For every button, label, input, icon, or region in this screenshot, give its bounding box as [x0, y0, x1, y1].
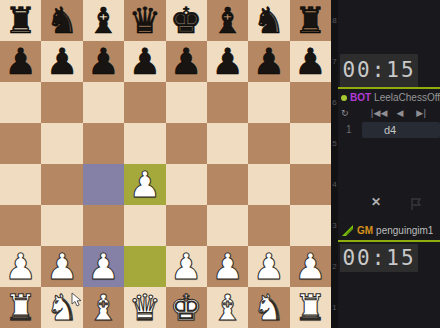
game-side-panel: 00:15 BOT LeelaChessOfficial ↻|◀◀◀▶| 1 d… [338, 0, 440, 328]
piece-black-bishop[interactable]: ♝ [83, 0, 124, 41]
square-e1[interactable]: ♚ [166, 287, 207, 328]
square-d5[interactable] [124, 123, 165, 164]
flag-icon[interactable] [410, 197, 422, 211]
bot-title-badge: BOT [350, 92, 371, 103]
piece-white-pawn[interactable]: ♟ [166, 246, 207, 287]
square-a1[interactable]: ♜ [0, 287, 41, 328]
square-e2[interactable]: ♟ [166, 246, 207, 287]
piece-white-pawn[interactable]: ♟ [248, 246, 289, 287]
square-g5[interactable] [248, 123, 289, 164]
player-white-row[interactable]: GM penguingim1 [341, 223, 440, 238]
square-h7[interactable]: ♟ [290, 41, 331, 82]
move-number: 1 [346, 121, 352, 139]
square-g3[interactable] [248, 205, 289, 246]
current-move-highlight [362, 122, 440, 138]
player-black-name[interactable]: LeelaChessOfficial [374, 92, 440, 103]
app-window: ♜♞♝♛♚♝♞♜♟♟♟♟♟♟♟♟♟♟♟♟♟♟♟♟♜♞♝♛♚♝♞♜ 8765432… [0, 0, 440, 328]
separator-top [338, 87, 440, 89]
piece-white-knight[interactable]: ♞ [248, 287, 289, 328]
square-b7[interactable]: ♟ [41, 41, 82, 82]
piece-black-rook[interactable]: ♜ [0, 0, 41, 41]
piece-white-queen[interactable]: ♛ [124, 287, 165, 328]
player-black-row[interactable]: BOT LeelaChessOfficial [341, 90, 440, 105]
rank-label-1: 1 [331, 287, 338, 328]
rank-label-5: 5 [331, 123, 338, 164]
square-c4[interactable] [83, 164, 124, 205]
piece-black-pawn[interactable]: ♟ [248, 41, 289, 82]
piece-black-queen[interactable]: ♛ [124, 0, 165, 41]
piece-black-pawn[interactable]: ♟ [124, 41, 165, 82]
player-white-name[interactable]: penguingim1 [376, 225, 433, 236]
piece-black-bishop[interactable]: ♝ [207, 0, 248, 41]
piece-black-pawn[interactable]: ♟ [207, 41, 248, 82]
move-d4[interactable]: d4 [384, 121, 396, 139]
piece-white-king[interactable]: ♚ [166, 287, 207, 328]
square-g1[interactable]: ♞ [248, 287, 289, 328]
piece-white-pawn[interactable]: ♟ [290, 246, 331, 287]
nav-next-icon[interactable]: ▶| [416, 105, 426, 121]
square-d4[interactable]: ♟ [124, 164, 165, 205]
square-d2[interactable] [124, 246, 165, 287]
rank-label-2: 2 [331, 246, 338, 287]
square-b8[interactable]: ♞ [41, 0, 82, 41]
action-buttons: ✕ [338, 195, 440, 215]
square-f6[interactable] [207, 82, 248, 123]
square-d6[interactable] [124, 82, 165, 123]
nav-flip-icon[interactable]: ↻ [341, 105, 349, 121]
rank-label-6: 6 [331, 82, 338, 123]
square-a8[interactable]: ♜ [0, 0, 41, 41]
square-c6[interactable] [83, 82, 124, 123]
square-b4[interactable] [41, 164, 82, 205]
square-f7[interactable]: ♟ [207, 41, 248, 82]
piece-black-knight[interactable]: ♞ [41, 0, 82, 41]
square-h5[interactable] [290, 123, 331, 164]
piece-white-knight[interactable]: ♞ [41, 287, 82, 328]
square-g4[interactable] [248, 164, 289, 205]
rank-label-7: 7 [331, 41, 338, 82]
piece-white-pawn[interactable]: ♟ [207, 246, 248, 287]
square-c2[interactable]: ♟ [83, 246, 124, 287]
clock-black: 00:15 [340, 54, 418, 87]
square-g7[interactable]: ♟ [248, 41, 289, 82]
square-h6[interactable] [290, 82, 331, 123]
square-a3[interactable] [0, 205, 41, 246]
piece-black-pawn[interactable]: ♟ [0, 41, 41, 82]
patron-wing-icon [341, 224, 354, 237]
piece-black-king[interactable]: ♚ [166, 0, 207, 41]
square-a4[interactable] [0, 164, 41, 205]
piece-white-pawn[interactable]: ♟ [0, 246, 41, 287]
square-c8[interactable]: ♝ [83, 0, 124, 41]
square-b5[interactable] [41, 123, 82, 164]
square-a5[interactable] [0, 123, 41, 164]
square-g6[interactable] [248, 82, 289, 123]
square-h3[interactable] [290, 205, 331, 246]
online-indicator-icon [341, 95, 347, 101]
square-f1[interactable]: ♝ [207, 287, 248, 328]
nav-previous-icon[interactable]: ◀ [396, 105, 403, 121]
square-h2[interactable]: ♟ [290, 246, 331, 287]
piece-white-pawn[interactable]: ♟ [41, 246, 82, 287]
square-e4[interactable] [166, 164, 207, 205]
piece-white-pawn[interactable]: ♟ [83, 246, 124, 287]
piece-white-rook[interactable]: ♜ [290, 287, 331, 328]
square-c3[interactable] [83, 205, 124, 246]
piece-black-pawn[interactable]: ♟ [290, 41, 331, 82]
square-g2[interactable]: ♟ [248, 246, 289, 287]
square-c5[interactable] [83, 123, 124, 164]
square-c1[interactable]: ♝ [83, 287, 124, 328]
move-navigation: ↻|◀◀◀▶| [341, 105, 440, 121]
square-a6[interactable] [0, 82, 41, 123]
nav-first-icon[interactable]: |◀◀ [371, 105, 388, 121]
square-f2[interactable]: ♟ [207, 246, 248, 287]
board-rank-coordinates: 87654321 [331, 0, 338, 328]
square-b6[interactable] [41, 82, 82, 123]
square-e5[interactable] [166, 123, 207, 164]
piece-white-bishop[interactable]: ♝ [83, 287, 124, 328]
square-h4[interactable] [290, 164, 331, 205]
square-e7[interactable]: ♟ [166, 41, 207, 82]
square-d7[interactable]: ♟ [124, 41, 165, 82]
square-e8[interactable]: ♚ [166, 0, 207, 41]
square-f3[interactable] [207, 205, 248, 246]
square-e6[interactable] [166, 82, 207, 123]
square-h1[interactable]: ♜ [290, 287, 331, 328]
square-f4[interactable] [207, 164, 248, 205]
piece-black-knight[interactable]: ♞ [248, 0, 289, 41]
rank-label-8: 8 [331, 0, 338, 41]
square-d3[interactable] [124, 205, 165, 246]
move-list: 1 d4 [338, 121, 440, 139]
piece-white-bishop[interactable]: ♝ [207, 287, 248, 328]
close-icon[interactable]: ✕ [371, 195, 381, 209]
piece-white-pawn[interactable]: ♟ [124, 164, 165, 205]
square-f8[interactable]: ♝ [207, 0, 248, 41]
square-d8[interactable]: ♛ [124, 0, 165, 41]
clock-white: 00:15 [340, 244, 418, 272]
square-b2[interactable]: ♟ [41, 246, 82, 287]
square-h8[interactable]: ♜ [290, 0, 331, 41]
gm-title-badge: GM [357, 225, 373, 236]
separator-bottom [338, 240, 440, 242]
chess-board[interactable]: ♜♞♝♛♚♝♞♜♟♟♟♟♟♟♟♟♟♟♟♟♟♟♟♟♜♞♝♛♚♝♞♜ [0, 0, 331, 328]
piece-black-rook[interactable]: ♜ [290, 0, 331, 41]
piece-black-pawn[interactable]: ♟ [166, 41, 207, 82]
square-b3[interactable] [41, 205, 82, 246]
square-a7[interactable]: ♟ [0, 41, 41, 82]
piece-black-pawn[interactable]: ♟ [41, 41, 82, 82]
square-g8[interactable]: ♞ [248, 0, 289, 41]
square-e3[interactable] [166, 205, 207, 246]
piece-black-pawn[interactable]: ♟ [83, 41, 124, 82]
square-a2[interactable]: ♟ [0, 246, 41, 287]
piece-white-rook[interactable]: ♜ [0, 287, 41, 328]
square-c7[interactable]: ♟ [83, 41, 124, 82]
square-f5[interactable] [207, 123, 248, 164]
square-b1[interactable]: ♞ [41, 287, 82, 328]
rank-label-3: 3 [331, 205, 338, 246]
square-d1[interactable]: ♛ [124, 287, 165, 328]
rank-label-4: 4 [331, 164, 338, 205]
